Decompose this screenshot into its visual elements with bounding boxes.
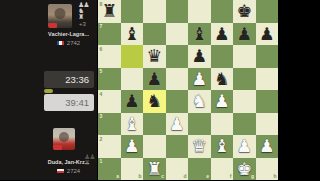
square-c1[interactable]: c♜ xyxy=(143,158,166,181)
rank-label: 1 xyxy=(100,159,103,164)
square-d6[interactable] xyxy=(166,45,189,68)
black-pawn-h7[interactable]: ♟ xyxy=(256,23,279,46)
square-e6[interactable]: ♟ xyxy=(188,45,211,68)
square-e8[interactable] xyxy=(188,0,211,23)
black-pawn-b4[interactable]: ♟ xyxy=(121,90,144,113)
square-c2[interactable] xyxy=(143,135,166,158)
avatar-silhouette xyxy=(59,132,69,142)
square-c7[interactable] xyxy=(143,23,166,46)
square-g4[interactable] xyxy=(233,90,256,113)
square-a4[interactable]: 4 xyxy=(98,90,121,113)
square-b6[interactable] xyxy=(121,45,144,68)
france-flag-icon xyxy=(57,41,64,46)
square-b7[interactable]: ♝ xyxy=(121,23,144,46)
player-meta-bottom: 2724 xyxy=(40,168,97,174)
square-c4[interactable]: ♞ xyxy=(143,90,166,113)
square-e1[interactable]: e xyxy=(188,158,211,181)
square-h7[interactable]: ♟ xyxy=(256,23,279,46)
square-b5[interactable] xyxy=(121,68,144,91)
square-h6[interactable] xyxy=(256,45,279,68)
square-f1[interactable]: f xyxy=(211,158,234,181)
square-f2[interactable]: ♝ xyxy=(211,135,234,158)
rank-label: 2 xyxy=(100,137,103,142)
white-pawn-g2[interactable]: ♟ xyxy=(233,135,256,158)
player-name-bottom[interactable]: Duda, Jan-Krz... xyxy=(40,159,97,165)
square-c3[interactable] xyxy=(143,113,166,136)
white-bishop-f2[interactable]: ♝ xyxy=(211,135,234,158)
square-a7[interactable]: 7 xyxy=(98,23,121,46)
square-e5[interactable]: ♟ xyxy=(188,68,211,91)
square-a5[interactable]: 5 xyxy=(98,68,121,91)
square-d4[interactable] xyxy=(166,90,189,113)
player-rating-top: 2742 xyxy=(67,40,80,46)
timer-indicator xyxy=(44,89,53,93)
rank-label: 4 xyxy=(100,92,103,97)
gm-title-badge xyxy=(53,145,62,150)
black-bishop-b7[interactable]: ♝ xyxy=(121,23,144,46)
player-rating-bottom: 2724 xyxy=(67,168,80,174)
square-e7[interactable]: ♝ xyxy=(188,23,211,46)
square-e3[interactable] xyxy=(188,113,211,136)
square-a8[interactable]: 8♜ xyxy=(98,0,121,23)
white-pawn-e5[interactable]: ♟ xyxy=(188,68,211,91)
square-f3[interactable] xyxy=(211,113,234,136)
square-g5[interactable] xyxy=(233,68,256,91)
square-d3[interactable]: ♟ xyxy=(166,113,189,136)
square-c5[interactable]: ♟ xyxy=(143,68,166,91)
square-h1[interactable]: h xyxy=(256,158,279,181)
square-c8[interactable] xyxy=(143,0,166,23)
black-pawn-g7[interactable]: ♟ xyxy=(233,23,256,46)
black-queen-c6[interactable]: ♛ xyxy=(143,45,166,68)
square-h8[interactable] xyxy=(256,0,279,23)
gm-title-badge xyxy=(48,23,57,28)
poland-flag-icon xyxy=(57,169,64,174)
square-f7[interactable]: ♟ xyxy=(211,23,234,46)
rank-label: 3 xyxy=(100,114,103,119)
player-name-top[interactable]: Vachier-Lagra... xyxy=(40,31,97,37)
black-king-g8[interactable]: ♚ xyxy=(233,0,256,23)
square-b3[interactable]: ♝ xyxy=(121,113,144,136)
white-king-g1[interactable]: ♚ xyxy=(233,158,256,181)
file-label: h xyxy=(273,174,276,179)
avatar-bottom-player[interactable] xyxy=(53,128,75,150)
rank-label: 5 xyxy=(100,69,103,74)
file-label: e xyxy=(206,174,209,179)
black-pawn-f7[interactable]: ♟ xyxy=(211,23,234,46)
square-b4[interactable]: ♟ xyxy=(121,90,144,113)
square-g2[interactable]: ♟ xyxy=(233,135,256,158)
avatar-silhouette xyxy=(54,8,65,19)
rank-label: 7 xyxy=(100,24,103,29)
square-f8[interactable] xyxy=(211,0,234,23)
white-knight-e4[interactable]: ♞ xyxy=(188,90,211,113)
square-f5[interactable]: ♞ xyxy=(211,68,234,91)
square-g1[interactable]: g♚ xyxy=(233,158,256,181)
black-pawn-e6[interactable]: ♟ xyxy=(188,45,211,68)
clock-black: 23:36 xyxy=(44,71,94,88)
black-knight-c4[interactable]: ♞ xyxy=(143,90,166,113)
square-d8[interactable] xyxy=(166,0,189,23)
clock-white: 39:41 xyxy=(44,94,94,111)
file-label: a xyxy=(116,174,119,179)
captured-pieces-top: ♟♟♞♜ xyxy=(78,2,94,20)
captured-r-icons: ♜ xyxy=(78,14,94,20)
square-e4[interactable]: ♞ xyxy=(188,90,211,113)
chess-board[interactable]: 8♜♚7♝♝♟♟♟6♛♟5♟♟♞4♟♞♞♟3♝♟2♟♛♝♟♟1abc♜defg♚… xyxy=(98,0,278,180)
rank-label: 6 xyxy=(100,47,103,52)
square-e2[interactable]: ♛ xyxy=(188,135,211,158)
square-c6[interactable]: ♛ xyxy=(143,45,166,68)
square-h2[interactable]: ♟ xyxy=(256,135,279,158)
white-pawn-d3[interactable]: ♟ xyxy=(166,113,189,136)
square-d1[interactable]: d xyxy=(166,158,189,181)
file-label: d xyxy=(183,174,186,179)
square-a2[interactable]: 2 xyxy=(98,135,121,158)
square-h4[interactable] xyxy=(256,90,279,113)
square-b8[interactable] xyxy=(121,0,144,23)
square-h3[interactable] xyxy=(256,113,279,136)
black-rook-a8[interactable]: ♜ xyxy=(98,0,121,23)
square-d2[interactable] xyxy=(166,135,189,158)
square-g8[interactable]: ♚ xyxy=(233,0,256,23)
white-rook-c1[interactable]: ♜ xyxy=(143,158,166,181)
square-g7[interactable]: ♟ xyxy=(233,23,256,46)
black-pawn-c5[interactable]: ♟ xyxy=(143,68,166,91)
square-b1[interactable]: b xyxy=(121,158,144,181)
black-bishop-e7[interactable]: ♝ xyxy=(188,23,211,46)
square-d7[interactable] xyxy=(166,23,189,46)
players-panel: ♟♟♞♜ +3 Vachier-Lagra... 2742 23:36 39:4… xyxy=(0,0,97,180)
white-pawn-b2[interactable]: ♟ xyxy=(121,135,144,158)
white-queen-e2[interactable]: ♛ xyxy=(188,135,211,158)
white-pawn-h2[interactable]: ♟ xyxy=(256,135,279,158)
file-label: b xyxy=(138,174,141,179)
square-g3[interactable] xyxy=(233,113,256,136)
square-a3[interactable]: 3 xyxy=(98,113,121,136)
square-f6[interactable] xyxy=(211,45,234,68)
square-a6[interactable]: 6 xyxy=(98,45,121,68)
material-advantage: +3 xyxy=(79,21,86,27)
player-meta-top: 2742 xyxy=(40,40,97,46)
square-f4[interactable]: ♟ xyxy=(211,90,234,113)
square-h5[interactable] xyxy=(256,68,279,91)
square-a1[interactable]: 1a xyxy=(98,158,121,181)
square-b2[interactable]: ♟ xyxy=(121,135,144,158)
square-g6[interactable] xyxy=(233,45,256,68)
white-bishop-b3[interactable]: ♝ xyxy=(121,113,144,136)
avatar-top-player[interactable] xyxy=(48,4,72,28)
file-label: f xyxy=(230,174,232,179)
white-pawn-f4[interactable]: ♟ xyxy=(211,90,234,113)
square-d5[interactable] xyxy=(166,68,189,91)
black-knight-f5[interactable]: ♞ xyxy=(211,68,234,91)
chess-broadcast-app: ♟♟♞♜ +3 Vachier-Lagra... 2742 23:36 39:4… xyxy=(0,0,320,180)
